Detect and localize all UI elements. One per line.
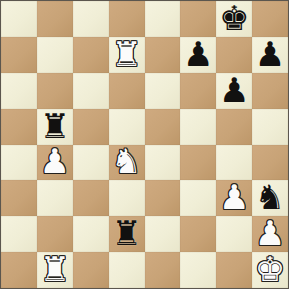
piece-bP-f7: ♟: [183, 37, 213, 71]
square-c2[interactable]: [73, 216, 109, 252]
square-g1[interactable]: [216, 252, 252, 288]
piece-bK-g8: ♚: [219, 1, 249, 35]
square-f1[interactable]: [180, 252, 216, 288]
square-g6[interactable]: ♟: [216, 73, 252, 109]
square-b8[interactable]: [37, 1, 73, 37]
square-b1[interactable]: ♜: [37, 252, 73, 288]
square-d6[interactable]: [109, 73, 145, 109]
square-c6[interactable]: [73, 73, 109, 109]
piece-wN-d4: ♞: [111, 144, 141, 178]
chessboard-frame: ♚♜♟♟♟♜♟♞♟♞♜♟♜♚: [0, 0, 289, 289]
square-d1[interactable]: [109, 252, 145, 288]
square-g7[interactable]: [216, 37, 252, 73]
square-f6[interactable]: [180, 73, 216, 109]
square-b4[interactable]: ♟: [37, 145, 73, 181]
square-e2[interactable]: [145, 216, 181, 252]
piece-bP-g6: ♟: [219, 73, 249, 107]
piece-bN-h3: ♞: [255, 180, 285, 214]
square-d8[interactable]: [109, 1, 145, 37]
square-d4[interactable]: ♞: [109, 145, 145, 181]
piece-bR-d2: ♜: [111, 216, 141, 250]
chess-board: ♚♜♟♟♟♜♟♞♟♞♜♟♜♚: [1, 1, 288, 288]
square-b5[interactable]: ♜: [37, 109, 73, 145]
square-h5[interactable]: [252, 109, 288, 145]
square-e7[interactable]: [145, 37, 181, 73]
square-a1[interactable]: [1, 252, 37, 288]
square-a7[interactable]: [1, 37, 37, 73]
square-h4[interactable]: [252, 145, 288, 181]
square-c4[interactable]: [73, 145, 109, 181]
square-a2[interactable]: [1, 216, 37, 252]
square-f7[interactable]: ♟: [180, 37, 216, 73]
square-e6[interactable]: [145, 73, 181, 109]
square-a8[interactable]: [1, 1, 37, 37]
square-h8[interactable]: [252, 1, 288, 37]
square-b6[interactable]: [37, 73, 73, 109]
square-e1[interactable]: [145, 252, 181, 288]
square-c8[interactable]: [73, 1, 109, 37]
square-g3[interactable]: ♟: [216, 180, 252, 216]
piece-wK-h1: ♚: [255, 252, 285, 286]
square-b2[interactable]: [37, 216, 73, 252]
square-f4[interactable]: [180, 145, 216, 181]
square-g5[interactable]: [216, 109, 252, 145]
square-b7[interactable]: [37, 37, 73, 73]
square-h1[interactable]: ♚: [252, 252, 288, 288]
square-e4[interactable]: [145, 145, 181, 181]
square-b3[interactable]: [37, 180, 73, 216]
square-g8[interactable]: ♚: [216, 1, 252, 37]
square-d5[interactable]: [109, 109, 145, 145]
square-c1[interactable]: [73, 252, 109, 288]
piece-wR-b1: ♜: [40, 252, 70, 286]
square-g4[interactable]: [216, 145, 252, 181]
piece-wR-d7: ♜: [111, 37, 141, 71]
square-d7[interactable]: ♜: [109, 37, 145, 73]
square-h3[interactable]: ♞: [252, 180, 288, 216]
square-h7[interactable]: ♟: [252, 37, 288, 73]
piece-wP-h2: ♟: [255, 216, 285, 250]
square-c3[interactable]: [73, 180, 109, 216]
square-e5[interactable]: [145, 109, 181, 145]
square-e3[interactable]: [145, 180, 181, 216]
square-f5[interactable]: [180, 109, 216, 145]
square-h6[interactable]: [252, 73, 288, 109]
square-f2[interactable]: [180, 216, 216, 252]
square-a5[interactable]: [1, 109, 37, 145]
square-a4[interactable]: [1, 145, 37, 181]
square-f3[interactable]: [180, 180, 216, 216]
piece-bR-b5: ♜: [40, 109, 70, 143]
piece-wP-g3: ♟: [219, 180, 249, 214]
square-a6[interactable]: [1, 73, 37, 109]
piece-wP-b4: ♟: [40, 144, 70, 178]
square-f8[interactable]: [180, 1, 216, 37]
piece-bP-h7: ♟: [255, 37, 285, 71]
square-d3[interactable]: [109, 180, 145, 216]
square-c7[interactable]: [73, 37, 109, 73]
square-c5[interactable]: [73, 109, 109, 145]
square-e8[interactable]: [145, 1, 181, 37]
square-h2[interactable]: ♟: [252, 216, 288, 252]
square-a3[interactable]: [1, 180, 37, 216]
square-d2[interactable]: ♜: [109, 216, 145, 252]
square-g2[interactable]: [216, 216, 252, 252]
